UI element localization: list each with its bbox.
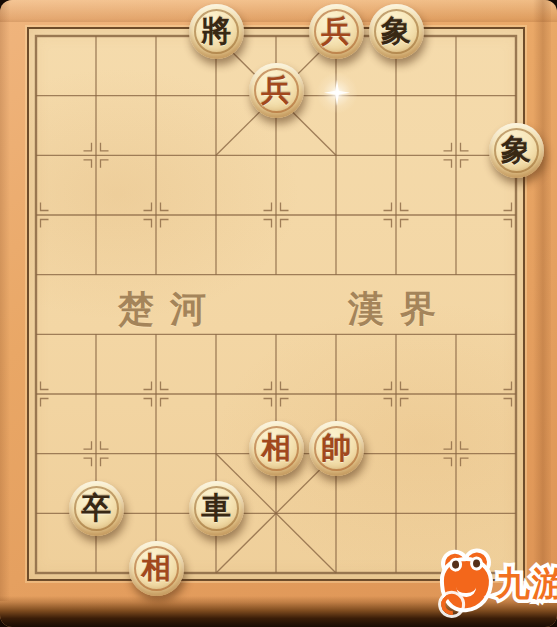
piece-black-chariot[interactable]: 車: [189, 481, 244, 536]
board-frame: 楚河 漢界 將兵象兵象相帥卒車相 九游 九游: [0, 0, 557, 627]
piece-red-soldier-2[interactable]: 兵: [249, 63, 304, 118]
piece-black-elephant-2[interactable]: 象: [489, 123, 544, 178]
piece-red-general[interactable]: 帥: [309, 421, 364, 476]
xiangqi-app-screen: 楚河 漢界 將兵象兵象相帥卒車相 九游 九游: [0, 0, 557, 627]
river-label-left: 楚河: [118, 288, 222, 328]
frame-left-shade: [0, 0, 10, 601]
piece-red-elephant-2[interactable]: 相: [129, 541, 184, 596]
piece-glyph: 相: [129, 541, 184, 596]
piece-glyph: 兵: [309, 4, 364, 59]
piece-glyph: 象: [489, 123, 544, 178]
jiuyou-watermark: 九游 九游: [436, 549, 557, 615]
piece-glyph: 卒: [69, 481, 124, 536]
piece-black-soldier[interactable]: 卒: [69, 481, 124, 536]
jiuyou-mascot-icon: [443, 552, 494, 612]
piece-glyph: 將: [189, 4, 244, 59]
frame-right-shade: [533, 0, 551, 601]
piece-black-general[interactable]: 將: [189, 4, 244, 59]
piece-red-soldier-1[interactable]: 兵: [309, 4, 364, 59]
river-label-right: 漢界: [348, 288, 452, 328]
piece-glyph: 車: [189, 481, 244, 536]
frame-top-shade: [0, 0, 557, 22]
piece-glyph: 兵: [249, 63, 304, 118]
piece-glyph: 象: [369, 4, 424, 59]
piece-black-elephant-1[interactable]: 象: [369, 4, 424, 59]
piece-red-elephant-1[interactable]: 相: [249, 421, 304, 476]
piece-glyph: 帥: [309, 421, 364, 476]
piece-glyph: 相: [249, 421, 304, 476]
